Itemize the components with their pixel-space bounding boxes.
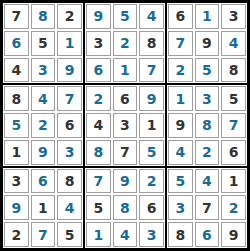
sudoku-cell-r6c1: 1	[4, 140, 29, 165]
sudoku-cell-r8c4: 5	[86, 195, 111, 220]
sudoku-cell-r6c8[interactable]: 2	[195, 140, 220, 165]
sudoku-cell-r1c5[interactable]: 5	[113, 4, 138, 29]
sudoku-cell-r7c5[interactable]: 9	[113, 169, 138, 194]
sudoku-cell-r8c2: 1	[31, 195, 56, 220]
sudoku-cell-r6c5: 7	[113, 140, 138, 165]
sudoku-cell-r3c9: 8	[221, 58, 246, 83]
sudoku-block-3-1: 368914275	[2, 167, 84, 249]
sudoku-cell-r6c7[interactable]: 4	[168, 140, 193, 165]
sudoku-cell-r9c5[interactable]: 4	[113, 222, 138, 247]
sudoku-block-1-2: 954328617	[84, 2, 166, 84]
sudoku-cell-r7c9: 1	[221, 169, 246, 194]
sudoku-cell-r3c4[interactable]: 6	[86, 58, 111, 83]
sudoku-cell-r9c6[interactable]: 3	[139, 222, 164, 247]
sudoku-cell-r6c3[interactable]: 3	[57, 140, 82, 165]
sudoku-cell-r3c8[interactable]: 5	[195, 58, 220, 83]
sudoku-cell-r8c3[interactable]: 4	[57, 195, 82, 220]
sudoku-cell-r9c1: 2	[4, 222, 29, 247]
sudoku-cell-r6c6[interactable]: 5	[139, 140, 164, 165]
sudoku-cell-r2c1[interactable]: 6	[4, 31, 29, 56]
sudoku-cell-r7c2[interactable]: 6	[31, 169, 56, 194]
sudoku-block-3-2: 792586143	[84, 167, 166, 249]
sudoku-cell-r2c5[interactable]: 2	[113, 31, 138, 56]
sudoku-cell-r2c8: 9	[195, 31, 220, 56]
sudoku-cell-r8c8: 7	[195, 195, 220, 220]
sudoku-cell-r2c2: 5	[31, 31, 56, 56]
sudoku-cell-r5c4: 4	[86, 113, 111, 138]
sudoku-cell-r9c2[interactable]: 7	[31, 222, 56, 247]
sudoku-cell-r1c1: 7	[4, 4, 29, 29]
sudoku-cell-r1c7: 6	[168, 4, 193, 29]
sudoku-cell-r9c8[interactable]: 6	[195, 222, 220, 247]
sudoku-block-2-2: 269431875	[84, 84, 166, 166]
sudoku-cell-r5c9[interactable]: 7	[221, 113, 246, 138]
sudoku-cell-r8c1[interactable]: 9	[4, 195, 29, 220]
sudoku-cell-r7c7[interactable]: 5	[168, 169, 193, 194]
sudoku-cell-r4c3[interactable]: 7	[57, 86, 82, 111]
sudoku-cell-r1c3: 2	[57, 4, 82, 29]
sudoku-block-1-1: 782651439	[2, 2, 84, 84]
sudoku-cell-r4c7[interactable]: 1	[168, 86, 193, 111]
sudoku-cell-r9c4[interactable]: 1	[86, 222, 111, 247]
sudoku-cell-r9c3: 5	[57, 222, 82, 247]
sudoku-cell-r5c2[interactable]: 2	[31, 113, 56, 138]
sudoku-cell-r4c9: 5	[221, 86, 246, 111]
sudoku-cell-r1c2[interactable]: 8	[31, 4, 56, 29]
sudoku-cell-r2c3[interactable]: 1	[57, 31, 82, 56]
sudoku-cell-r1c6[interactable]: 4	[139, 4, 164, 29]
sudoku-cell-r3c2[interactable]: 3	[31, 58, 56, 83]
sudoku-cell-r5c8[interactable]: 8	[195, 113, 220, 138]
sudoku-cell-r3c3[interactable]: 9	[57, 58, 82, 83]
sudoku-cell-r8c9[interactable]: 2	[221, 195, 246, 220]
sudoku-cell-r8c7[interactable]: 3	[168, 195, 193, 220]
sudoku-cell-r7c6[interactable]: 2	[139, 169, 164, 194]
sudoku-cell-r7c4[interactable]: 7	[86, 169, 111, 194]
sudoku-cell-r9c9: 9	[221, 222, 246, 247]
sudoku-cell-r5c7: 9	[168, 113, 193, 138]
sudoku-cell-r1c4[interactable]: 9	[86, 4, 111, 29]
sudoku-block-2-3: 135987426	[166, 84, 248, 166]
sudoku-cell-r7c3: 8	[57, 169, 82, 194]
sudoku-cell-r4c6[interactable]: 9	[139, 86, 164, 111]
sudoku-cell-r6c2[interactable]: 9	[31, 140, 56, 165]
sudoku-cell-r8c6: 6	[139, 195, 164, 220]
sudoku-cell-r4c8[interactable]: 3	[195, 86, 220, 111]
sudoku-cell-r4c2[interactable]: 4	[31, 86, 56, 111]
sudoku-cell-r2c9[interactable]: 4	[221, 31, 246, 56]
sudoku-cell-r5c1[interactable]: 5	[4, 113, 29, 138]
sudoku-cell-r6c9: 6	[221, 140, 246, 165]
sudoku-cell-r3c7[interactable]: 2	[168, 58, 193, 83]
sudoku-cell-r4c5: 6	[113, 86, 138, 111]
sudoku-cell-r5c6: 1	[139, 113, 164, 138]
sudoku-block-3-3: 541372869	[166, 167, 248, 249]
sudoku-cell-r1c8[interactable]: 1	[195, 4, 220, 29]
sudoku-cell-r5c3: 6	[57, 113, 82, 138]
sudoku-cell-r3c5[interactable]: 1	[113, 58, 138, 83]
sudoku-cell-r9c7: 8	[168, 222, 193, 247]
sudoku-cell-r8c5[interactable]: 8	[113, 195, 138, 220]
sudoku-board: 7826514399543286176137942588475261932694…	[0, 0, 250, 251]
sudoku-cell-r6c4[interactable]: 8	[86, 140, 111, 165]
sudoku-block-1-3: 613794258	[166, 2, 248, 84]
sudoku-cell-r7c8[interactable]: 4	[195, 169, 220, 194]
sudoku-cell-r7c1: 3	[4, 169, 29, 194]
sudoku-cell-r2c6: 8	[139, 31, 164, 56]
sudoku-cell-r5c5: 3	[113, 113, 138, 138]
sudoku-cell-r4c4[interactable]: 2	[86, 86, 111, 111]
sudoku-cell-r3c1: 4	[4, 58, 29, 83]
sudoku-cell-r4c1: 8	[4, 86, 29, 111]
sudoku-cell-r1c9: 3	[221, 4, 246, 29]
sudoku-cell-r2c7[interactable]: 7	[168, 31, 193, 56]
sudoku-block-2-1: 847526193	[2, 84, 84, 166]
sudoku-cell-r3c6[interactable]: 7	[139, 58, 164, 83]
sudoku-cell-r2c4: 3	[86, 31, 111, 56]
